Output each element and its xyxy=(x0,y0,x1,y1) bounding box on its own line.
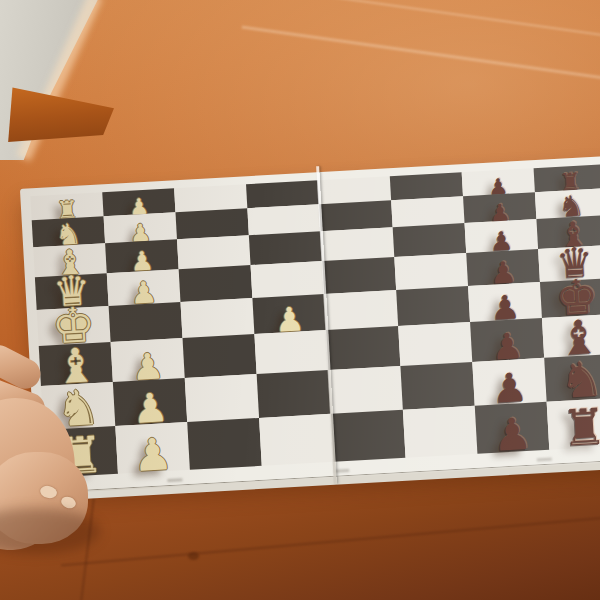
square-c3 xyxy=(177,235,251,269)
square-h2: ♟ xyxy=(115,422,190,474)
square-d2: ♟ xyxy=(107,269,181,306)
square-d3 xyxy=(179,265,253,302)
square-e5 xyxy=(324,290,398,330)
piece-black-knight[interactable]: ♞ xyxy=(558,357,600,404)
square-b6 xyxy=(391,196,464,227)
square-f5 xyxy=(326,326,400,370)
square-a8: ♜ xyxy=(534,164,600,192)
square-c4 xyxy=(249,231,323,265)
square-g7: ♟ xyxy=(472,358,546,406)
square-g6 xyxy=(400,362,474,410)
square-b3 xyxy=(175,208,248,239)
square-g8: ♞ xyxy=(544,354,600,402)
square-c5 xyxy=(321,227,395,261)
piece-white-pawn[interactable]: ♟ xyxy=(132,433,174,476)
square-g5 xyxy=(329,366,403,414)
wood-grain-streak xyxy=(242,26,600,82)
square-c6 xyxy=(393,223,467,257)
edge-print xyxy=(334,469,349,473)
piece-black-pawn[interactable]: ♟ xyxy=(491,369,529,408)
square-b4 xyxy=(247,204,320,235)
square-b7: ♟ xyxy=(463,192,536,223)
board-grid: ♜♟♟♜♞♟♟♞♝♟♟♝♛♟♟♛♚♟♟♚♝♟♟♝♞♟♟♞♜♟♟♜ xyxy=(30,164,600,478)
square-d6 xyxy=(394,253,468,290)
square-e4: ♟ xyxy=(252,294,326,334)
square-e2 xyxy=(109,302,183,342)
plank-seam xyxy=(61,516,600,567)
square-g4 xyxy=(257,370,331,418)
square-g2: ♟ xyxy=(113,378,187,426)
square-e6 xyxy=(396,286,470,326)
square-f3 xyxy=(183,334,257,378)
square-h6 xyxy=(403,406,478,458)
square-h8: ♜ xyxy=(547,398,600,450)
wood-grain-streak xyxy=(301,0,600,38)
square-f4 xyxy=(254,330,328,374)
square-d7: ♟ xyxy=(466,249,540,286)
square-g3 xyxy=(185,374,259,422)
chess-board: ♜♟♟♜♞♟♟♞♝♟♟♝♛♟♟♛♚♟♟♚♝♟♟♝♞♟♟♞♜♟♟♜ xyxy=(20,156,600,495)
square-d4 xyxy=(251,261,325,298)
square-f7: ♟ xyxy=(470,318,544,362)
square-c7: ♟ xyxy=(465,219,539,253)
square-h5 xyxy=(331,410,406,462)
square-e7: ♟ xyxy=(468,282,542,322)
square-e3 xyxy=(180,298,254,338)
square-d5 xyxy=(322,257,396,294)
square-f6 xyxy=(398,322,472,366)
square-b5 xyxy=(319,200,392,231)
edge-print xyxy=(167,478,182,482)
square-f2: ♟ xyxy=(111,338,185,382)
square-h3 xyxy=(187,418,262,470)
wood-knot xyxy=(188,552,199,560)
square-b2: ♟ xyxy=(104,212,177,243)
piece-black-pawn[interactable]: ♟ xyxy=(492,413,534,456)
square-c2: ♟ xyxy=(105,239,179,273)
edge-print xyxy=(536,458,551,462)
piece-black-rook[interactable]: ♜ xyxy=(560,404,600,452)
square-h4 xyxy=(259,414,334,466)
square-h7: ♟ xyxy=(475,402,550,454)
piece-white-pawn[interactable]: ♟ xyxy=(131,389,169,428)
photo-scene: ♜♟♟♜♞♟♟♞♝♟♟♝♛♟♟♛♚♟♟♚♝♟♟♝♞♟♟♞♜♟♟♜ xyxy=(0,0,600,600)
